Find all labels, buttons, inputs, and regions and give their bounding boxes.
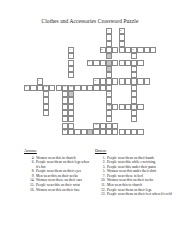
clue-number: 6.: [28, 160, 36, 169]
cell-number: 14: [107, 104, 110, 107]
cell-number: 1: [107, 29, 108, 32]
cell-number: 7: [38, 79, 39, 82]
cell-number: 4: [101, 48, 102, 51]
worksheet-page: Clothes and Accessories Crossword Puzzle…: [0, 0, 180, 233]
clue-item: 6.People wear them on their legs when it…: [28, 160, 92, 169]
crossword-grid: 12345678910111213141516: [24, 28, 164, 136]
cell-number: 12: [69, 85, 72, 88]
cell-number: 2: [120, 29, 121, 32]
grid-cell[interactable]: [131, 116, 137, 122]
cell-number: 8: [95, 79, 96, 82]
puzzle-title: Clothes and Accessories Crossword Puzzle: [0, 18, 180, 24]
cell-number: 9: [25, 85, 26, 88]
across-clue-list: 4.Women wear this in church6.People wear…: [24, 156, 92, 193]
across-heading: Across:: [24, 148, 92, 153]
cell-number: 10: [44, 85, 47, 88]
cell-number: 15: [95, 123, 98, 126]
grid-cell[interactable]: [150, 47, 156, 53]
grid-cell[interactable]: [144, 78, 150, 84]
cell-number: 3: [69, 48, 70, 51]
clue-text: People wear them on their legs when it's…: [36, 160, 92, 169]
across-clues-section: Across: 4.Women wear this in church6.Peo…: [24, 148, 92, 192]
down-clues-section: Down: 1.People wear them on their hands2…: [95, 148, 175, 197]
grid-cell[interactable]: [137, 104, 143, 110]
clue-text: People wear them on their feet when it's…: [107, 192, 175, 197]
cell-number: 13: [107, 92, 110, 95]
down-clue-list: 1.People wear them on their hands2.Peopl…: [95, 156, 175, 197]
grid-cell[interactable]: [43, 110, 49, 116]
grid-cell[interactable]: [137, 60, 143, 66]
cell-number: 11: [63, 85, 66, 88]
down-heading: Down:: [95, 148, 175, 153]
cell-number: 16: [63, 129, 66, 132]
clue-text: Women wear this on their face: [36, 188, 92, 193]
grid-cell[interactable]: [68, 72, 74, 78]
grid-cell[interactable]: [137, 129, 143, 135]
clue-number: 16.: [28, 188, 36, 193]
cell-number: 5: [132, 48, 133, 51]
clue-number: 13.: [99, 192, 107, 197]
cell-number: 6: [88, 60, 89, 63]
clue-item: 16.Women wear this on their face: [28, 188, 92, 193]
clue-item: 13.People wear them on their feet when i…: [99, 192, 175, 197]
